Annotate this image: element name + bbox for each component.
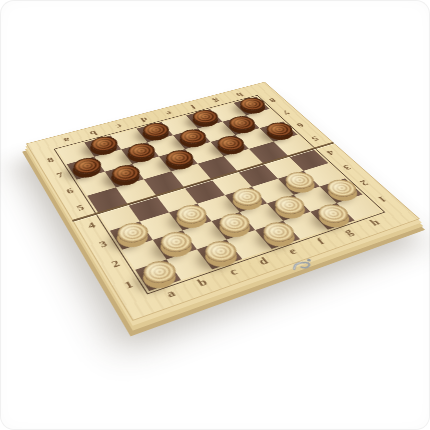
piece-light-c1 (200, 238, 242, 266)
scene: abcdefgh abcdefgh 87654321 87654321 (0, 0, 430, 430)
piece-light-c3 (172, 202, 212, 227)
piece-light-d2 (214, 210, 255, 235)
piece-dark-e7 (176, 127, 211, 146)
piece-dark-b6 (108, 162, 144, 184)
piece-light-a3 (113, 220, 153, 246)
checkers-board: abcdefgh abcdefgh 87654321 87654321 (26, 82, 420, 321)
piece-light-e1 (258, 219, 300, 245)
piece-light-g3 (280, 169, 319, 191)
piece-dark-a7 (70, 155, 105, 176)
piece-light-g1 (313, 201, 354, 226)
piece-light-b2 (156, 229, 197, 256)
piece-dark-c7 (124, 141, 159, 161)
piece-light-e3 (228, 185, 267, 208)
piece-dark-g7 (225, 114, 260, 132)
piece-dark-f6 (213, 134, 249, 154)
piece-light-f2 (270, 193, 310, 217)
piece-dark-d6 (162, 148, 198, 169)
